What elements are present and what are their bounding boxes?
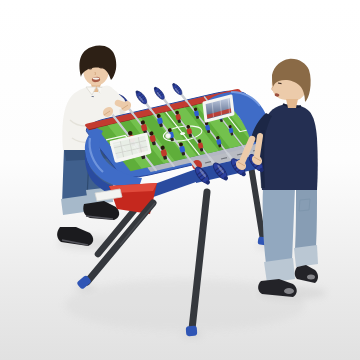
photo-canvas xyxy=(0,0,360,360)
forearm xyxy=(257,136,260,156)
right-boy-neck xyxy=(286,99,298,108)
ball xyxy=(166,133,171,138)
foosball-product-photo xyxy=(0,0,360,360)
teeth xyxy=(93,78,100,80)
right-boy-cuff xyxy=(294,245,318,267)
leg-foot-cap xyxy=(186,326,198,337)
nose xyxy=(95,72,96,75)
eye xyxy=(278,83,282,84)
